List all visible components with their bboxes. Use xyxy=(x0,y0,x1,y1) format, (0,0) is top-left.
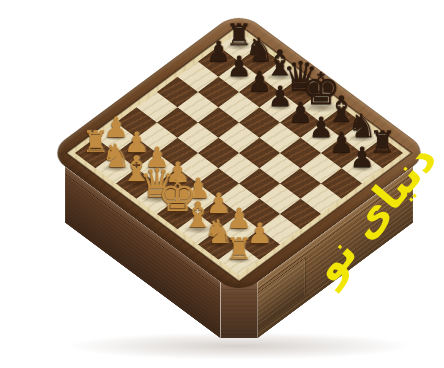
box-lid-top xyxy=(47,10,432,296)
product-photo-chess-box: ♜♞♟♝♟♛♟♚♟♝♟♞♟♟♜♟♟♜♟♟♞♟♝♟♛♟♚♟♝♟♞♜ دنیای ن… xyxy=(0,0,444,368)
box-corner-front xyxy=(221,282,258,338)
